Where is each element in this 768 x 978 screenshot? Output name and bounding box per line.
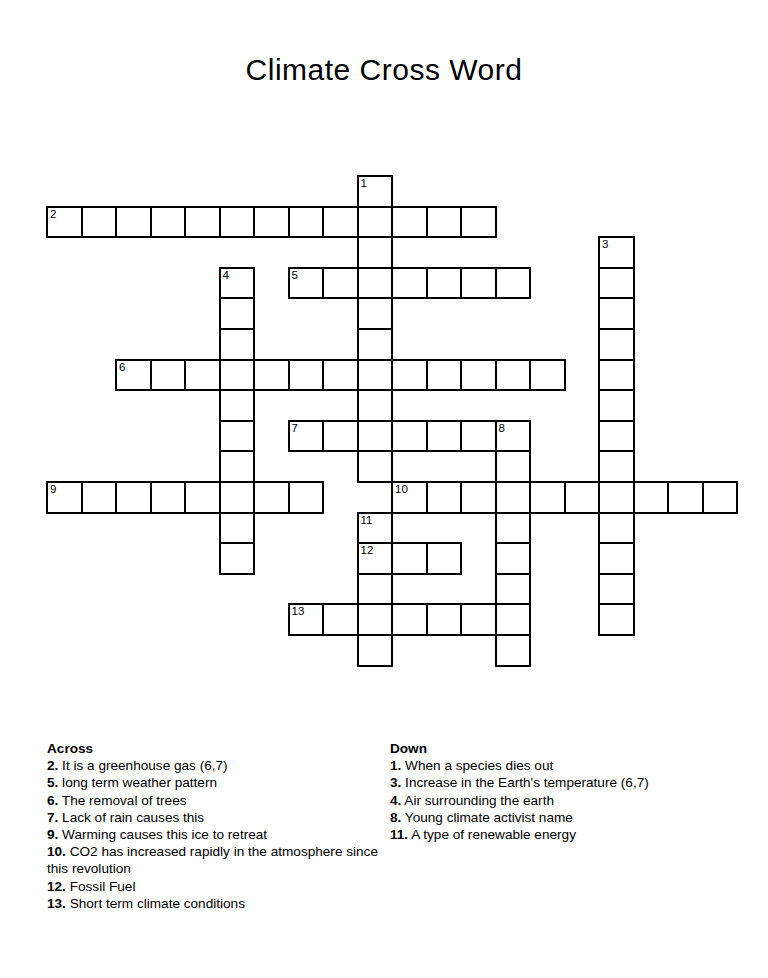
clue-across-6: 6. The removal of trees <box>47 792 399 809</box>
clue-number: 6. <box>47 793 58 808</box>
grid-cell[interactable] <box>288 206 325 239</box>
grid-cell[interactable] <box>598 573 635 606</box>
grid-cell[interactable] <box>219 389 256 422</box>
grid-cell[interactable] <box>667 481 704 514</box>
grid-cell[interactable] <box>184 481 221 514</box>
grid-cell[interactable] <box>115 206 152 239</box>
grid-cell[interactable] <box>391 206 428 239</box>
grid-cell[interactable] <box>219 450 256 483</box>
cell-number: 2 <box>50 208 56 221</box>
grid-cell[interactable] <box>184 359 221 392</box>
grid-cell[interactable] <box>81 206 118 239</box>
grid-cell[interactable] <box>219 359 256 392</box>
clue-across-2: 2. It is a greenhouse gas (6,7) <box>47 757 399 774</box>
grid-cell[interactable] <box>219 512 256 545</box>
clue-across-12: 12. Fossil Fuel <box>47 878 399 895</box>
grid-cell[interactable] <box>460 420 497 453</box>
grid-cell[interactable] <box>598 420 635 453</box>
grid-cell[interactable] <box>495 603 532 636</box>
clue-number: 4. <box>390 793 401 808</box>
grid-cell[interactable] <box>322 206 359 239</box>
clue-down-3: 3. Increase in the Earth's temperature (… <box>390 774 762 791</box>
grid-cell[interactable] <box>357 389 394 422</box>
clue-number: 10. <box>47 844 66 859</box>
grid-cell[interactable] <box>115 481 152 514</box>
grid-cell[interactable] <box>391 267 428 300</box>
grid-cell[interactable]: 11 <box>357 512 394 545</box>
grid-cell[interactable] <box>81 481 118 514</box>
grid-cell[interactable] <box>150 481 187 514</box>
grid-cell[interactable] <box>253 481 290 514</box>
grid-cell[interactable] <box>322 603 359 636</box>
grid-cell[interactable] <box>426 206 463 239</box>
grid-cell[interactable] <box>598 481 635 514</box>
grid-cell[interactable] <box>391 359 428 392</box>
grid-cell[interactable] <box>253 206 290 239</box>
clue-number: 11. <box>390 827 408 842</box>
clue-down-1: 1. When a species dies out <box>390 757 762 774</box>
clue-number: 1. <box>390 758 401 773</box>
clue-across-13: 13. Short term climate conditions <box>47 895 399 912</box>
clue-across-9: 9. Warming causes this ice to retreat <box>47 826 399 843</box>
clue-number: 2. <box>47 758 58 773</box>
grid-cell[interactable] <box>495 542 532 575</box>
grid-cell[interactable] <box>460 603 497 636</box>
grid-cell[interactable]: 1 <box>357 175 394 208</box>
grid-cell[interactable]: 6 <box>115 359 152 392</box>
grid-cell[interactable] <box>529 359 566 392</box>
grid-cell[interactable] <box>426 359 463 392</box>
cell-number: 10 <box>395 483 408 496</box>
grid-cell[interactable] <box>426 542 463 575</box>
grid-cell[interactable] <box>150 359 187 392</box>
grid-cell[interactable] <box>357 297 394 330</box>
grid-cell[interactable] <box>598 603 635 636</box>
grid-cell[interactable] <box>184 206 221 239</box>
crossword-grid: 12345678910111213 <box>46 175 768 670</box>
cell-number: 7 <box>292 422 298 435</box>
clue-number: 12. <box>47 879 66 894</box>
grid-cell[interactable] <box>495 512 532 545</box>
grid-cell[interactable] <box>150 206 187 239</box>
grid-cell[interactable]: 4 <box>219 267 256 300</box>
grid-cell[interactable] <box>357 328 394 361</box>
grid-cell[interactable] <box>460 481 497 514</box>
grid-cell[interactable] <box>598 359 635 392</box>
grid-cell[interactable] <box>219 542 256 575</box>
clue-number: 5. <box>47 775 58 790</box>
grid-cell[interactable] <box>460 206 497 239</box>
grid-cell[interactable]: 3 <box>598 236 635 269</box>
clue-down-4: 4. Air surrounding the earth <box>390 792 762 809</box>
clue-down-11: 11. A type of renewable energy <box>390 826 762 843</box>
grid-cell[interactable] <box>357 206 394 239</box>
grid-cell[interactable] <box>391 542 428 575</box>
grid-cell[interactable] <box>702 481 739 514</box>
grid-cell[interactable] <box>598 297 635 330</box>
grid-cell[interactable] <box>495 450 532 483</box>
grid-cell[interactable] <box>460 267 497 300</box>
grid-cell[interactable]: 13 <box>288 603 325 636</box>
clue-across-7: 7. Lack of rain causes this <box>47 809 399 826</box>
grid-cell[interactable] <box>357 634 394 667</box>
grid-cell[interactable] <box>426 267 463 300</box>
clue-across-10: 10. CO2 has increased rapidly in the atm… <box>47 843 399 877</box>
clue-number: 9. <box>47 827 58 842</box>
across-clues: Across 2. It is a greenhouse gas (6,7)5.… <box>47 740 399 912</box>
grid-cell[interactable] <box>598 512 635 545</box>
grid-cell[interactable] <box>357 420 394 453</box>
grid-cell[interactable] <box>598 542 635 575</box>
grid-cell[interactable] <box>598 389 635 422</box>
across-header: Across <box>47 740 399 757</box>
cell-number: 6 <box>119 361 125 374</box>
cell-number: 4 <box>223 269 229 282</box>
grid-cell[interactable] <box>495 634 532 667</box>
grid-cell[interactable] <box>357 267 394 300</box>
grid-cell[interactable] <box>288 359 325 392</box>
grid-cell[interactable] <box>357 603 394 636</box>
cell-number: 3 <box>602 238 608 251</box>
grid-cell[interactable]: 12 <box>357 542 394 575</box>
cell-number: 1 <box>361 177 367 190</box>
grid-cell[interactable] <box>598 328 635 361</box>
grid-cell[interactable] <box>391 420 428 453</box>
grid-cell[interactable] <box>322 420 359 453</box>
down-header: Down <box>390 740 762 757</box>
grid-cell[interactable] <box>219 328 256 361</box>
grid-cell[interactable] <box>598 267 635 300</box>
clue-down-8: 8. Young climate activist name <box>390 809 762 826</box>
grid-cell[interactable] <box>495 481 532 514</box>
grid-cell[interactable] <box>529 481 566 514</box>
page-title: Climate Cross Word <box>0 53 768 87</box>
grid-cell[interactable] <box>253 359 290 392</box>
cell-number: 13 <box>292 605 305 618</box>
cell-number: 11 <box>361 514 373 527</box>
grid-cell[interactable] <box>357 359 394 392</box>
grid-cell[interactable] <box>598 450 635 483</box>
clue-number: 8. <box>390 810 401 825</box>
grid-cell[interactable] <box>357 450 394 483</box>
grid-cell[interactable]: 7 <box>288 420 325 453</box>
grid-cell[interactable] <box>633 481 670 514</box>
grid-cell[interactable] <box>460 359 497 392</box>
grid-cell[interactable]: 5 <box>288 267 325 300</box>
grid-cell[interactable] <box>219 297 256 330</box>
grid-cell[interactable] <box>564 481 601 514</box>
grid-cell[interactable] <box>219 206 256 239</box>
clue-number: 3. <box>390 775 401 790</box>
grid-cell[interactable] <box>426 420 463 453</box>
grid-cell[interactable]: 10 <box>391 481 428 514</box>
grid-cell[interactable] <box>426 481 463 514</box>
grid-cell[interactable]: 8 <box>495 420 532 453</box>
clue-number: 13. <box>47 896 66 911</box>
down-clues: Down 1. When a species dies out3. Increa… <box>390 740 762 843</box>
cell-number: 8 <box>499 422 505 435</box>
grid-cell[interactable] <box>495 359 532 392</box>
crossword-page: Climate Cross Word 12345678910111213 Acr… <box>0 0 768 978</box>
grid-cell[interactable] <box>495 573 532 606</box>
grid-cell[interactable] <box>426 603 463 636</box>
grid-cell[interactable] <box>322 267 359 300</box>
grid-cell[interactable] <box>219 420 256 453</box>
grid-cell[interactable] <box>495 267 532 300</box>
grid-cell[interactable] <box>357 236 394 269</box>
grid-cell[interactable] <box>322 359 359 392</box>
cell-number: 12 <box>361 544 374 557</box>
clue-across-5: 5. long term weather pattern <box>47 774 399 791</box>
grid-cell[interactable] <box>219 481 256 514</box>
grid-cell[interactable] <box>391 603 428 636</box>
cell-number: 5 <box>292 269 298 282</box>
grid-cell[interactable]: 2 <box>46 206 83 239</box>
grid-cell[interactable] <box>288 481 325 514</box>
grid-cell[interactable]: 9 <box>46 481 83 514</box>
grid-cell[interactable] <box>357 573 394 606</box>
clue-number: 7. <box>47 810 58 825</box>
cell-number: 9 <box>50 483 56 496</box>
